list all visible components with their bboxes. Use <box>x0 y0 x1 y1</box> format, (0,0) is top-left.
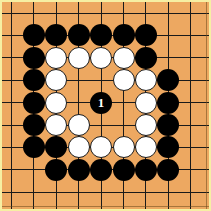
black-stone <box>23 47 45 69</box>
white-stone <box>68 47 90 69</box>
black-stone <box>113 24 135 46</box>
white-stone <box>135 92 157 114</box>
black-stone <box>23 92 45 114</box>
black-stone <box>157 69 179 91</box>
black-stone <box>90 24 112 46</box>
black-stone <box>113 159 135 181</box>
move-number-label: 1 <box>98 96 105 109</box>
white-stone <box>135 114 157 136</box>
black-stone <box>45 24 67 46</box>
black-stone <box>90 159 112 181</box>
frame-bevel-right <box>206 2 207 209</box>
black-stone <box>23 24 45 46</box>
black-stone <box>135 47 157 69</box>
frame-bevel-bottom <box>2 206 209 207</box>
white-stone <box>135 136 157 158</box>
marked-stone: 1 <box>90 92 112 114</box>
grid-line-vertical <box>11 0 12 211</box>
black-stone <box>45 159 67 181</box>
black-stone <box>157 136 179 158</box>
white-stone <box>45 114 67 136</box>
black-stone <box>23 114 45 136</box>
white-stone <box>113 69 135 91</box>
white-stone <box>45 69 67 91</box>
black-stone <box>68 24 90 46</box>
white-stone <box>113 47 135 69</box>
black-stone <box>157 159 179 181</box>
black-stone <box>135 24 157 46</box>
white-stone <box>113 136 135 158</box>
black-stone <box>157 114 179 136</box>
grid-line-horizontal <box>0 13 211 14</box>
black-stone <box>135 159 157 181</box>
white-stone <box>68 136 90 158</box>
white-stone <box>68 114 90 136</box>
white-stone <box>90 136 112 158</box>
white-stone <box>45 92 67 114</box>
white-stone <box>45 47 67 69</box>
black-stone <box>45 136 67 158</box>
black-stone <box>68 159 90 181</box>
grid-line-horizontal <box>0 192 211 193</box>
go-diagram: 1 <box>0 0 211 211</box>
white-stone <box>90 47 112 69</box>
grid-line-vertical <box>190 0 191 211</box>
black-stone <box>23 69 45 91</box>
black-stone <box>157 92 179 114</box>
black-stone <box>23 136 45 158</box>
white-stone <box>135 69 157 91</box>
